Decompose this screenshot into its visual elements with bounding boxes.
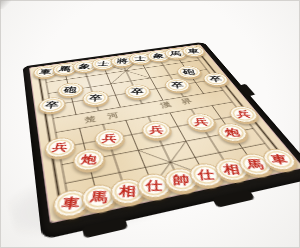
photo-corner-artifact [0,0,11,9]
piece-red-soldier[interactable]: 兵 [92,127,127,150]
base-foot [212,190,255,208]
piece-red-soldier[interactable]: 兵 [182,112,219,133]
piece-glyph: 卒 [203,73,228,84]
piece-black-cannon[interactable]: 砲 [56,82,85,99]
piece-glyph: 兵 [186,114,215,129]
piece-glyph: 兵 [228,107,258,121]
board-surface: 楚 河 漢 界 車馬象士將士象馬車砲砲卒卒卒卒卒兵兵兵兵兵炮炮車馬相仕帥仕相馬車 [30,45,300,223]
piece-glyph: 砲 [177,66,201,77]
piece-glyph: 炮 [72,150,104,169]
piece-glyph: 砲 [57,84,84,96]
pieces-layer: 車馬象士將士象馬車砲砲卒卒卒卒卒兵兵兵兵兵炮炮車馬相仕帥仕相馬車 [30,45,300,223]
xiangqi-board: 楚 河 漢 界 車馬象士將士象馬車砲砲卒卒卒卒卒兵兵兵兵兵炮炮車馬相仕帥仕相馬車 [30,45,300,223]
piece-black-soldier[interactable]: 卒 [37,96,67,115]
piece-black-soldier[interactable]: 卒 [161,77,193,94]
piece-black-soldier[interactable]: 卒 [122,83,153,100]
piece-glyph: 卒 [82,91,108,104]
piece-black-cannon[interactable]: 砲 [174,65,205,80]
piece-glyph: 卒 [37,98,66,112]
piece-glyph: 兵 [142,122,169,138]
base-foot [83,218,129,239]
piece-glyph: 卒 [125,85,149,97]
piece-glyph: 兵 [43,138,75,156]
piece-black-soldier[interactable]: 卒 [80,89,110,107]
piece-glyph: 車 [182,46,204,55]
piece-red-cannon[interactable]: 炮 [71,147,107,173]
piece-red-cannon[interactable]: 炮 [213,121,252,144]
piece-glyph: 炮 [217,124,248,140]
piece-glyph: 卒 [165,79,189,91]
piece-red-soldier[interactable]: 兵 [43,135,77,160]
xiangqi-set-photo: 楚 河 漢 界 車馬象士將士象馬車砲砲卒卒卒卒卒兵兵兵兵兵炮炮車馬相仕帥仕相馬車 [0,0,300,248]
piece-glyph: 兵 [94,130,123,147]
piece-red-soldier[interactable]: 兵 [138,119,174,141]
